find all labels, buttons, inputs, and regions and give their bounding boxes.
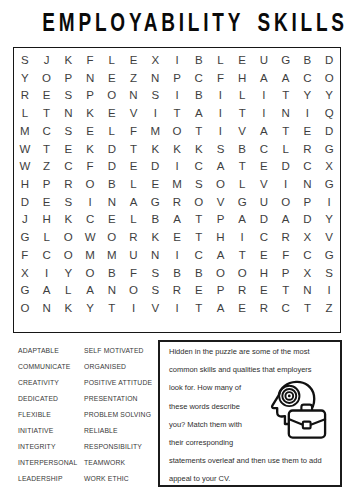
grid-cell[interactable]: H xyxy=(14,175,36,193)
grid-cell[interactable]: D xyxy=(14,193,36,211)
grid-cell[interactable]: W xyxy=(79,228,101,246)
grid-cell[interactable]: N xyxy=(36,299,58,317)
grid-cell[interactable]: L xyxy=(123,175,145,193)
grid-cell[interactable]: E xyxy=(36,193,58,211)
grid-cell[interactable]: K xyxy=(57,51,79,69)
grid-cell[interactable]: M xyxy=(166,175,188,193)
grid-cell[interactable]: T xyxy=(188,299,210,317)
grid-cell[interactable]: C xyxy=(57,157,79,175)
grid-cell[interactable]: N xyxy=(275,104,297,122)
grid-cell[interactable]: T xyxy=(231,246,253,264)
grid-cell[interactable]: I xyxy=(318,282,340,300)
grid-cell[interactable]: H xyxy=(36,211,58,229)
grid-cell[interactable]: O xyxy=(275,193,297,211)
grid-cell[interactable]: C xyxy=(188,69,210,87)
grid-cell[interactable]: G xyxy=(318,175,340,193)
grid-cell[interactable]: B xyxy=(188,264,210,282)
grid-cell[interactable]: O xyxy=(210,175,232,193)
head-target-briefcase-icon xyxy=(268,379,328,441)
grid-cell[interactable]: Y xyxy=(57,264,79,282)
grid-cell[interactable]: O xyxy=(57,246,79,264)
grid-cell[interactable]: Y xyxy=(297,86,319,104)
grid-cell[interactable]: A xyxy=(79,282,101,300)
grid-cell[interactable]: H xyxy=(231,69,253,87)
grid-cell[interactable]: X xyxy=(318,157,340,175)
grid-cell[interactable]: M xyxy=(144,122,166,140)
grid-cell[interactable]: A xyxy=(36,282,58,300)
grid-cell[interactable]: T xyxy=(231,104,253,122)
grid-cell[interactable]: L xyxy=(36,228,58,246)
grid-cell[interactable]: E xyxy=(253,157,275,175)
grid-cell[interactable]: I xyxy=(253,104,275,122)
grid-cell[interactable]: N xyxy=(79,69,101,87)
grid-cell[interactable]: V xyxy=(123,104,145,122)
grid-cell[interactable]: I xyxy=(318,193,340,211)
grid-cell[interactable]: V xyxy=(253,175,275,193)
grid-cell[interactable]: R xyxy=(57,175,79,193)
grid-cell[interactable]: U xyxy=(253,193,275,211)
grid-cell[interactable]: S xyxy=(188,175,210,193)
page-title: EMPLOYABILITY SKILLS xyxy=(42,8,310,37)
grid-cell[interactable]: T xyxy=(166,104,188,122)
grid-cell[interactable]: I xyxy=(210,104,232,122)
grid-cell[interactable]: E xyxy=(188,282,210,300)
instructions-middle-wrap: look for. How many of these words descri… xyxy=(169,379,328,452)
grid-cell[interactable]: B xyxy=(188,51,210,69)
grid-cell[interactable]: T xyxy=(36,104,58,122)
grid-cell[interactable]: T xyxy=(101,299,123,317)
grid-cell[interactable]: P xyxy=(210,282,232,300)
grid-cell[interactable]: E xyxy=(101,69,123,87)
grid-cell[interactable]: R xyxy=(166,282,188,300)
grid-cell[interactable]: N xyxy=(297,175,319,193)
grid-cell[interactable]: D xyxy=(318,51,340,69)
grid-cell[interactable]: E xyxy=(101,211,123,229)
instructions-middle: look for. How many of these words descri… xyxy=(169,383,242,447)
grid-cell[interactable]: I xyxy=(36,264,58,282)
grid-cell[interactable]: M xyxy=(79,246,101,264)
grid-cell[interactable]: C xyxy=(188,157,210,175)
grid-cell[interactable]: I xyxy=(253,86,275,104)
grid-cell[interactable]: P xyxy=(36,175,58,193)
word-list-item: CREATIVITY xyxy=(18,375,84,391)
word-list-item: WORK ETHIC xyxy=(84,470,156,486)
grid-cell[interactable]: D xyxy=(253,211,275,229)
grid-cell[interactable]: B xyxy=(101,264,123,282)
grid-cell[interactable]: V xyxy=(210,193,232,211)
grid-cell[interactable]: K xyxy=(57,211,79,229)
grid-cell[interactable]: V xyxy=(144,299,166,317)
grid-cell[interactable]: M xyxy=(101,246,123,264)
grid-cell[interactable]: I xyxy=(166,246,188,264)
grid-cell[interactable]: I xyxy=(275,175,297,193)
grid-cell[interactable]: Z xyxy=(318,299,340,317)
grid-cell[interactable]: C xyxy=(36,122,58,140)
grid-cell[interactable]: S xyxy=(210,140,232,158)
grid-cell[interactable]: E xyxy=(101,104,123,122)
grid-cell[interactable]: F xyxy=(210,69,232,87)
grid-cell[interactable]: E xyxy=(253,282,275,300)
grid-cell[interactable]: K xyxy=(188,140,210,158)
grid-cell[interactable]: V xyxy=(318,228,340,246)
grid-cell[interactable]: C xyxy=(79,211,101,229)
word-list-item: PROBLEM SOLVING xyxy=(84,407,156,423)
grid-cell[interactable]: Q xyxy=(318,104,340,122)
grid-cell[interactable]: P xyxy=(79,86,101,104)
grid-cell[interactable]: I xyxy=(123,299,145,317)
grid-cell[interactable]: X xyxy=(297,264,319,282)
grid-cell[interactable]: X xyxy=(297,228,319,246)
grid-cell[interactable]: V xyxy=(231,122,253,140)
grid-cell[interactable]: G xyxy=(231,193,253,211)
grid-cell[interactable]: D xyxy=(318,122,340,140)
grid-cell[interactable]: C xyxy=(253,228,275,246)
grid-cell[interactable]: W xyxy=(14,157,36,175)
grid-cell[interactable]: N xyxy=(57,104,79,122)
grid-cell[interactable]: A xyxy=(275,69,297,87)
grid-cell[interactable]: L xyxy=(101,122,123,140)
word-list-item: COMMUNICATE xyxy=(18,359,84,375)
grid-cell[interactable]: F xyxy=(79,51,101,69)
grid-cell[interactable]: A xyxy=(210,157,232,175)
grid-cell[interactable]: N xyxy=(123,86,145,104)
grid-cell[interactable]: O xyxy=(57,228,79,246)
grid-cell[interactable]: Y xyxy=(14,69,36,87)
grid-cell[interactable]: T xyxy=(275,122,297,140)
grid-cell[interactable]: S xyxy=(57,122,79,140)
grid-cell[interactable]: I xyxy=(210,122,232,140)
grid-cell[interactable]: F xyxy=(14,246,36,264)
grid-cell[interactable]: E xyxy=(123,157,145,175)
grid-cell[interactable]: L xyxy=(57,282,79,300)
grid-cell[interactable]: C xyxy=(253,140,275,158)
grid-cell[interactable]: L xyxy=(275,140,297,158)
word-list-column-1: ADAPTABLECOMMUNICATECREATIVITYDEDICATEDF… xyxy=(18,343,84,486)
grid-cell[interactable]: E xyxy=(231,299,253,317)
word-list-item: PRESENTATION xyxy=(84,391,156,407)
grid-cell[interactable]: J xyxy=(14,211,36,229)
grid-cell[interactable]: M xyxy=(14,122,36,140)
grid-cell[interactable]: S xyxy=(144,86,166,104)
grid-cell[interactable]: U xyxy=(123,246,145,264)
grid-cell[interactable]: O xyxy=(14,299,36,317)
grid-cell[interactable]: E xyxy=(57,140,79,158)
grid-cell[interactable]: A xyxy=(210,246,232,264)
grid-cell[interactable]: E xyxy=(253,246,275,264)
grid-cell[interactable]: T xyxy=(188,122,210,140)
grid-cell[interactable]: A xyxy=(166,211,188,229)
grid-cell[interactable]: L xyxy=(101,51,123,69)
grid-cell[interactable]: I xyxy=(231,228,253,246)
grid-cell[interactable]: O xyxy=(123,282,145,300)
grid-cell[interactable]: R xyxy=(166,193,188,211)
grid-cell[interactable]: P xyxy=(275,264,297,282)
grid-cell[interactable]: K xyxy=(144,228,166,246)
grid-cell[interactable]: C xyxy=(36,246,58,264)
grid-cell[interactable]: L xyxy=(231,175,253,193)
grid-cell[interactable]: L xyxy=(14,104,36,122)
grid-cell[interactable]: W xyxy=(14,140,36,158)
grid-cell[interactable]: O xyxy=(318,69,340,87)
grid-cell[interactable]: R xyxy=(231,282,253,300)
word-list-item: ORGANISED xyxy=(84,359,156,375)
grid-cell[interactable]: O xyxy=(79,175,101,193)
grid-cell[interactable]: S xyxy=(57,86,79,104)
grid-cell[interactable]: C xyxy=(275,299,297,317)
grid-cell[interactable]: D xyxy=(144,157,166,175)
grid-cell[interactable]: B xyxy=(297,51,319,69)
grid-cell[interactable]: T xyxy=(123,140,145,158)
grid-cell[interactable]: P xyxy=(210,211,232,229)
grid-cell[interactable]: R xyxy=(14,86,36,104)
grid-cell[interactable]: T xyxy=(275,86,297,104)
grid-cell[interactable]: T xyxy=(297,299,319,317)
grid-cell[interactable]: E xyxy=(231,51,253,69)
grid-cell[interactable]: A xyxy=(188,104,210,122)
grid-cell[interactable]: C xyxy=(297,69,319,87)
grid-cell[interactable]: I xyxy=(166,299,188,317)
grid-cell[interactable]: K xyxy=(79,140,101,158)
word-list-item: RELIABLE xyxy=(84,422,156,438)
wordsearch-grid: SJKFLEXIBLEUGBDYOPNEZNPCFHAACORESPONSIBI… xyxy=(13,47,341,333)
grid-cell[interactable]: N xyxy=(144,246,166,264)
grid-cell[interactable]: F xyxy=(123,264,145,282)
grid-cell[interactable]: O xyxy=(79,264,101,282)
grid-cell[interactable]: A xyxy=(210,299,232,317)
grid-cell[interactable]: H xyxy=(253,264,275,282)
grid-cell[interactable]: T xyxy=(188,228,210,246)
instructions-intro: Hidden in the puzzle are some of the mos… xyxy=(169,343,328,379)
word-list-item: INTERPERSONAL xyxy=(18,454,84,470)
grid-cell[interactable]: O xyxy=(101,86,123,104)
grid-cell[interactable]: P xyxy=(57,69,79,87)
grid-cell[interactable]: T xyxy=(275,282,297,300)
word-list-item: INITIATIVE xyxy=(18,422,84,438)
grid-cell[interactable]: E xyxy=(36,86,58,104)
grid-cell[interactable]: I xyxy=(79,193,101,211)
grid-cell[interactable]: D xyxy=(297,211,319,229)
grid-cell[interactable]: A xyxy=(275,211,297,229)
word-list-item: FLEXIBLE xyxy=(18,407,84,423)
grid-cell[interactable]: Y xyxy=(79,299,101,317)
word-list-item: LEADERSHIP xyxy=(18,470,84,486)
grid-cell[interactable]: A xyxy=(123,193,145,211)
grid-cell[interactable]: Y xyxy=(318,211,340,229)
grid-cell[interactable]: P xyxy=(297,193,319,211)
grid-cell[interactable]: G xyxy=(14,282,36,300)
grid-cell[interactable]: F xyxy=(123,122,145,140)
grid-cell[interactable]: E xyxy=(123,51,145,69)
grid-cell[interactable]: T xyxy=(231,157,253,175)
grid-cell[interactable]: E xyxy=(144,175,166,193)
grid-cell[interactable]: G xyxy=(318,140,340,158)
grid-cell[interactable]: K xyxy=(144,140,166,158)
grid-cell[interactable]: S xyxy=(14,51,36,69)
grid-cell[interactable]: I xyxy=(166,86,188,104)
grid-cell[interactable]: F xyxy=(275,246,297,264)
grid-cell[interactable]: J xyxy=(36,51,58,69)
word-list-item: TEAMWORK xyxy=(84,454,156,470)
grid-cell[interactable]: S xyxy=(144,264,166,282)
grid-cell[interactable]: T xyxy=(36,140,58,158)
grid-cell[interactable]: D xyxy=(101,157,123,175)
grid-cell[interactable]: G xyxy=(14,228,36,246)
word-list-item: DEDICATED xyxy=(18,391,84,407)
grid-cell[interactable]: L xyxy=(231,86,253,104)
grid-cell[interactable]: D xyxy=(275,157,297,175)
grid-cell[interactable]: X xyxy=(144,51,166,69)
grid-cell[interactable]: C xyxy=(188,246,210,264)
grid-cell[interactable]: C xyxy=(297,157,319,175)
worksheet-page: EMPLOYABILITY SKILLS SJKFLEXIBLEUGBDYOPN… xyxy=(0,0,353,500)
word-list-item: RESPONSIBILITY xyxy=(84,438,156,454)
grid-cell[interactable]: R xyxy=(297,140,319,158)
grid-cell[interactable]: T xyxy=(188,211,210,229)
grid-cell[interactable]: F xyxy=(79,157,101,175)
instructions-end: statements overleaf and then use them to… xyxy=(169,452,328,488)
grid-cell[interactable]: B xyxy=(144,211,166,229)
grid-cell[interactable]: N xyxy=(297,282,319,300)
word-list-item: SELF MOTIVATED xyxy=(84,343,156,359)
instructions-box: Hidden in the puzzle are some of the mos… xyxy=(158,340,342,487)
grid-cell[interactable]: I xyxy=(166,157,188,175)
grid-cell[interactable]: I xyxy=(210,86,232,104)
grid-cell[interactable]: S xyxy=(318,264,340,282)
grid-cell[interactable]: R xyxy=(123,228,145,246)
grid-cell[interactable]: G xyxy=(144,193,166,211)
grid-cell[interactable]: X xyxy=(14,264,36,282)
grid-cell[interactable]: S xyxy=(57,193,79,211)
grid-cell[interactable]: L xyxy=(123,211,145,229)
grid-cell[interactable]: O xyxy=(231,264,253,282)
grid-cell[interactable]: N xyxy=(101,193,123,211)
grid-cell[interactable]: B xyxy=(188,86,210,104)
word-list-column-2: SELF MOTIVATEDORGANISEDPOSITIVE ATTITUDE… xyxy=(84,343,156,486)
grid-cell[interactable]: O xyxy=(210,264,232,282)
grid-cell[interactable]: U xyxy=(253,51,275,69)
grid-cell[interactable]: D xyxy=(101,140,123,158)
grid-cell[interactable]: R xyxy=(275,228,297,246)
grid-cell[interactable]: K xyxy=(79,104,101,122)
grid-cell[interactable]: K xyxy=(166,140,188,158)
word-list-item: POSITIVE ATTITUDE xyxy=(84,375,156,391)
word-list-item: INTEGRITY xyxy=(18,438,84,454)
grid-cell[interactable]: E xyxy=(79,122,101,140)
grid-cell[interactable]: N xyxy=(101,282,123,300)
grid-cell[interactable]: P xyxy=(166,69,188,87)
grid-cell[interactable]: B xyxy=(101,175,123,193)
grid-cell[interactable]: O xyxy=(101,228,123,246)
grid-cell[interactable]: I xyxy=(144,104,166,122)
grid-cell[interactable]: I xyxy=(166,51,188,69)
grid-cell[interactable]: C xyxy=(297,246,319,264)
grid-cell[interactable]: N xyxy=(144,69,166,87)
grid-cell[interactable]: Y xyxy=(318,86,340,104)
grid-cell[interactable]: H xyxy=(210,228,232,246)
grid-cell[interactable]: K xyxy=(57,299,79,317)
grid-cell[interactable]: O xyxy=(188,193,210,211)
grid-cell[interactable]: S xyxy=(144,282,166,300)
grid-cell[interactable]: B xyxy=(231,140,253,158)
grid-cell[interactable]: Z xyxy=(36,157,58,175)
word-list-item: ADAPTABLE xyxy=(18,343,84,359)
grid-cell[interactable]: I xyxy=(297,104,319,122)
grid-cell[interactable]: E xyxy=(166,228,188,246)
grid-cell[interactable]: O xyxy=(166,122,188,140)
grid-cell[interactable]: A xyxy=(231,211,253,229)
grid-cell[interactable]: O xyxy=(36,69,58,87)
grid-cell[interactable]: G xyxy=(318,246,340,264)
grid-cell[interactable]: B xyxy=(166,264,188,282)
grid-cell[interactable]: G xyxy=(275,51,297,69)
grid-cell[interactable]: R xyxy=(253,299,275,317)
grid-cell[interactable]: A xyxy=(253,69,275,87)
grid-cell[interactable]: Z xyxy=(123,69,145,87)
grid-cell[interactable]: L xyxy=(210,51,232,69)
grid-cell[interactable]: E xyxy=(297,122,319,140)
grid-cell[interactable]: A xyxy=(253,122,275,140)
